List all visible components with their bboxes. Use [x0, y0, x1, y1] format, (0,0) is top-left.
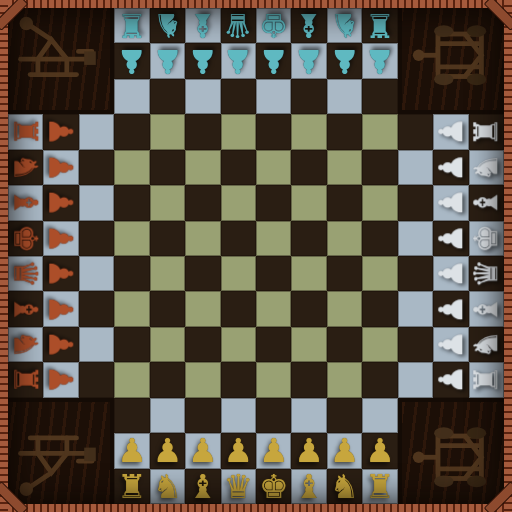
board-frame-right: [504, 0, 512, 512]
white-pawn[interactable]: ♟: [434, 153, 467, 183]
square-g4[interactable]: [221, 362, 256, 397]
square-b9[interactable]: ♟: [43, 185, 78, 220]
gold-pawn[interactable]: ♟: [223, 434, 253, 467]
square-d2[interactable]: ♟: [114, 433, 149, 468]
square-j2[interactable]: ♟: [327, 433, 362, 468]
square-c10[interactable]: [79, 150, 114, 185]
red-pawn[interactable]: ♟: [45, 223, 78, 253]
square-f3[interactable]: [185, 398, 220, 433]
square-l6[interactable]: [398, 291, 433, 326]
square-i8[interactable]: [291, 221, 326, 256]
square-d11[interactable]: [114, 114, 149, 149]
square-k10[interactable]: [362, 150, 397, 185]
square-i10[interactable]: [291, 150, 326, 185]
square-b8[interactable]: ♟: [43, 221, 78, 256]
square-f10[interactable]: [185, 150, 220, 185]
square-a5[interactable]: ♞: [8, 327, 43, 362]
square-g6[interactable]: [221, 291, 256, 326]
square-e4[interactable]: [150, 362, 185, 397]
teal-king[interactable]: ♚: [259, 9, 289, 42]
square-n9[interactable]: ♝: [469, 185, 504, 220]
corner-cut: [8, 398, 43, 433]
gold-queen[interactable]: ♛: [223, 470, 253, 503]
gold-knight[interactable]: ♞: [330, 470, 360, 503]
corner-cut: [79, 433, 114, 468]
teal-queen[interactable]: ♛: [223, 9, 253, 42]
corner-cut: [433, 433, 468, 468]
red-queen[interactable]: ♛: [9, 259, 42, 289]
teal-pawn[interactable]: ♟: [259, 45, 289, 78]
square-h5[interactable]: [256, 327, 291, 362]
corner-cut: [398, 79, 433, 114]
board-grid: ♜♞♝♛♚♝♞♜♟♟♟♟♟♟♟♟♜♟♟♜♞♟♟♞♝♟♟♝♚♟♟♚♛♟♟♛♝♟♟♝…: [8, 8, 504, 504]
square-j11[interactable]: [327, 114, 362, 149]
square-n4[interactable]: ♜: [469, 362, 504, 397]
square-k14[interactable]: ♜: [362, 8, 397, 43]
square-h11[interactable]: [256, 114, 291, 149]
gold-bishop[interactable]: ♝: [188, 470, 218, 503]
corner-cut: [43, 433, 78, 468]
red-pawn[interactable]: ♟: [45, 153, 78, 183]
square-m9[interactable]: ♟: [433, 185, 468, 220]
square-c8[interactable]: [79, 221, 114, 256]
square-g11[interactable]: [221, 114, 256, 149]
square-d13[interactable]: ♟: [114, 43, 149, 78]
square-e1[interactable]: ♞: [150, 469, 185, 504]
square-n6[interactable]: ♝: [469, 291, 504, 326]
square-i14[interactable]: ♝: [291, 8, 326, 43]
square-c7[interactable]: [79, 256, 114, 291]
square-a8[interactable]: ♚: [8, 221, 43, 256]
square-g2[interactable]: ♟: [221, 433, 256, 468]
teal-pawn[interactable]: ♟: [365, 45, 395, 78]
square-i1[interactable]: ♝: [291, 469, 326, 504]
square-d14[interactable]: ♜: [114, 8, 149, 43]
square-f12[interactable]: [185, 79, 220, 114]
square-m8[interactable]: ♟: [433, 221, 468, 256]
square-h8[interactable]: [256, 221, 291, 256]
white-knight[interactable]: ♞: [470, 330, 503, 360]
square-e6[interactable]: [150, 291, 185, 326]
square-e2[interactable]: ♟: [150, 433, 185, 468]
board-frame-left: [0, 0, 8, 512]
square-i5[interactable]: [291, 327, 326, 362]
square-e3[interactable]: [150, 398, 185, 433]
corner-cut: [43, 8, 78, 43]
square-c4[interactable]: [79, 362, 114, 397]
square-g8[interactable]: [221, 221, 256, 256]
square-d1[interactable]: ♜: [114, 469, 149, 504]
square-m6[interactable]: ♟: [433, 291, 468, 326]
square-e13[interactable]: ♟: [150, 43, 185, 78]
square-i3[interactable]: [291, 398, 326, 433]
corner-cut: [433, 79, 468, 114]
teal-pawn[interactable]: ♟: [153, 45, 183, 78]
square-h3[interactable]: [256, 398, 291, 433]
square-d9[interactable]: [114, 185, 149, 220]
white-bishop[interactable]: ♝: [470, 294, 503, 324]
corner-cut: [43, 398, 78, 433]
square-l7[interactable]: [398, 256, 433, 291]
white-knight[interactable]: ♞: [470, 153, 503, 183]
corner-cut: [8, 43, 43, 78]
corner-cut: [8, 79, 43, 114]
square-d8[interactable]: [114, 221, 149, 256]
square-j14[interactable]: ♞: [327, 8, 362, 43]
square-d3[interactable]: [114, 398, 149, 433]
square-k2[interactable]: ♟: [362, 433, 397, 468]
teal-rook[interactable]: ♜: [117, 9, 147, 42]
white-pawn[interactable]: ♟: [434, 294, 467, 324]
square-f13[interactable]: ♟: [185, 43, 220, 78]
corner-cut: [398, 398, 433, 433]
square-c6[interactable]: [79, 291, 114, 326]
square-a7[interactable]: ♛: [8, 256, 43, 291]
corner-cut: [469, 433, 504, 468]
square-m4[interactable]: ♟: [433, 362, 468, 397]
teal-pawn[interactable]: ♟: [223, 45, 253, 78]
teal-knight[interactable]: ♞: [153, 9, 183, 42]
red-pawn[interactable]: ♟: [45, 365, 78, 395]
red-pawn[interactable]: ♟: [45, 188, 78, 218]
corner-cut: [398, 433, 433, 468]
gold-rook[interactable]: ♜: [117, 470, 147, 503]
square-k1[interactable]: ♜: [362, 469, 397, 504]
corner-cut: [398, 8, 433, 43]
square-e9[interactable]: [150, 185, 185, 220]
square-f11[interactable]: [185, 114, 220, 149]
square-e10[interactable]: [150, 150, 185, 185]
square-f4[interactable]: [185, 362, 220, 397]
square-m10[interactable]: ♟: [433, 150, 468, 185]
corner-cut: [433, 469, 468, 504]
square-d12[interactable]: [114, 79, 149, 114]
square-j13[interactable]: ♟: [327, 43, 362, 78]
square-e8[interactable]: [150, 221, 185, 256]
corner-cut: [79, 43, 114, 78]
square-g1[interactable]: ♛: [221, 469, 256, 504]
square-h12[interactable]: [256, 79, 291, 114]
corner-cut: [433, 43, 468, 78]
square-k4[interactable]: [362, 362, 397, 397]
square-l10[interactable]: [398, 150, 433, 185]
square-e7[interactable]: [150, 256, 185, 291]
square-h2[interactable]: ♟: [256, 433, 291, 468]
square-n10[interactable]: ♞: [469, 150, 504, 185]
teal-pawn[interactable]: ♟: [330, 45, 360, 78]
square-b11[interactable]: ♟: [43, 114, 78, 149]
square-h7[interactable]: [256, 256, 291, 291]
gold-pawn[interactable]: ♟: [294, 434, 324, 467]
square-k5[interactable]: [362, 327, 397, 362]
corner-cut: [398, 469, 433, 504]
square-h13[interactable]: ♟: [256, 43, 291, 78]
square-m5[interactable]: ♟: [433, 327, 468, 362]
square-h4[interactable]: [256, 362, 291, 397]
white-pawn[interactable]: ♟: [434, 330, 467, 360]
white-rook[interactable]: ♜: [470, 365, 503, 395]
square-j1[interactable]: ♞: [327, 469, 362, 504]
square-d6[interactable]: [114, 291, 149, 326]
corner-cut: [43, 469, 78, 504]
square-h10[interactable]: [256, 150, 291, 185]
square-l9[interactable]: [398, 185, 433, 220]
gold-pawn[interactable]: ♟: [365, 434, 395, 467]
square-n11[interactable]: ♜: [469, 114, 504, 149]
square-e11[interactable]: [150, 114, 185, 149]
square-i11[interactable]: [291, 114, 326, 149]
white-pawn[interactable]: ♟: [434, 188, 467, 218]
teal-bishop[interactable]: ♝: [188, 9, 218, 42]
corner-cut: [469, 79, 504, 114]
square-j7[interactable]: [327, 256, 362, 291]
gold-pawn[interactable]: ♟: [117, 434, 147, 467]
square-j4[interactable]: [327, 362, 362, 397]
corner-cut: [79, 79, 114, 114]
gold-pawn[interactable]: ♟: [259, 434, 289, 467]
square-a11[interactable]: ♜: [8, 114, 43, 149]
square-d7[interactable]: [114, 256, 149, 291]
square-f8[interactable]: [185, 221, 220, 256]
square-g13[interactable]: ♟: [221, 43, 256, 78]
corner-cut: [79, 8, 114, 43]
white-pawn[interactable]: ♟: [434, 365, 467, 395]
square-j5[interactable]: [327, 327, 362, 362]
square-i9[interactable]: [291, 185, 326, 220]
square-g9[interactable]: [221, 185, 256, 220]
square-i2[interactable]: ♟: [291, 433, 326, 468]
square-n5[interactable]: ♞: [469, 327, 504, 362]
corner-cut: [469, 43, 504, 78]
square-e14[interactable]: ♞: [150, 8, 185, 43]
square-h1[interactable]: ♚: [256, 469, 291, 504]
white-pawn[interactable]: ♟: [434, 259, 467, 289]
red-knight[interactable]: ♞: [9, 330, 42, 360]
square-g12[interactable]: [221, 79, 256, 114]
four-player-chess-board: ♜♞♝♛♚♝♞♜♟♟♟♟♟♟♟♟♜♟♟♜♞♟♟♞♝♟♟♝♚♟♟♚♛♟♟♛♝♟♟♝…: [0, 0, 512, 512]
white-pawn[interactable]: ♟: [434, 223, 467, 253]
square-d10[interactable]: [114, 150, 149, 185]
white-king[interactable]: ♚: [470, 223, 503, 253]
square-f6[interactable]: [185, 291, 220, 326]
square-d4[interactable]: [114, 362, 149, 397]
corner-cut: [433, 398, 468, 433]
square-k12[interactable]: [362, 79, 397, 114]
square-c5[interactable]: [79, 327, 114, 362]
gold-pawn[interactable]: ♟: [188, 434, 218, 467]
square-c9[interactable]: [79, 185, 114, 220]
corner-cut: [43, 79, 78, 114]
gold-pawn[interactable]: ♟: [153, 434, 183, 467]
gold-king[interactable]: ♚: [259, 470, 289, 503]
square-a10[interactable]: ♞: [8, 150, 43, 185]
teal-pawn[interactable]: ♟: [188, 45, 218, 78]
board-frame-bottom: [0, 504, 512, 512]
square-h14[interactable]: ♚: [256, 8, 291, 43]
square-f7[interactable]: [185, 256, 220, 291]
corner-cut: [469, 398, 504, 433]
square-k13[interactable]: ♟: [362, 43, 397, 78]
white-queen[interactable]: ♛: [470, 259, 503, 289]
teal-bishop[interactable]: ♝: [294, 9, 324, 42]
square-i6[interactable]: [291, 291, 326, 326]
white-pawn[interactable]: ♟: [434, 117, 467, 147]
board-frame-top: [0, 0, 512, 8]
square-m7[interactable]: ♟: [433, 256, 468, 291]
square-k3[interactable]: [362, 398, 397, 433]
square-f9[interactable]: [185, 185, 220, 220]
square-j9[interactable]: [327, 185, 362, 220]
square-b5[interactable]: ♟: [43, 327, 78, 362]
red-rook[interactable]: ♜: [9, 365, 42, 395]
white-bishop[interactable]: ♝: [470, 188, 503, 218]
red-king[interactable]: ♚: [9, 223, 42, 253]
corner-cut: [8, 433, 43, 468]
gold-knight[interactable]: ♞: [153, 470, 183, 503]
square-m11[interactable]: ♟: [433, 114, 468, 149]
red-pawn[interactable]: ♟: [45, 330, 78, 360]
square-k9[interactable]: [362, 185, 397, 220]
square-h6[interactable]: [256, 291, 291, 326]
square-b6[interactable]: ♟: [43, 291, 78, 326]
square-j12[interactable]: [327, 79, 362, 114]
square-b7[interactable]: ♟: [43, 256, 78, 291]
teal-pawn[interactable]: ♟: [117, 45, 147, 78]
square-a6[interactable]: ♝: [8, 291, 43, 326]
square-i4[interactable]: [291, 362, 326, 397]
square-j10[interactable]: [327, 150, 362, 185]
square-f2[interactable]: ♟: [185, 433, 220, 468]
corner-cut: [398, 43, 433, 78]
white-rook[interactable]: ♜: [470, 117, 503, 147]
square-l4[interactable]: [398, 362, 433, 397]
square-e12[interactable]: [150, 79, 185, 114]
square-a4[interactable]: ♜: [8, 362, 43, 397]
square-f1[interactable]: ♝: [185, 469, 220, 504]
square-g5[interactable]: [221, 327, 256, 362]
corner-cut: [79, 398, 114, 433]
square-g3[interactable]: [221, 398, 256, 433]
square-i13[interactable]: ♟: [291, 43, 326, 78]
square-d5[interactable]: [114, 327, 149, 362]
square-k8[interactable]: [362, 221, 397, 256]
red-rook[interactable]: ♜: [9, 117, 42, 147]
square-g10[interactable]: [221, 150, 256, 185]
square-h9[interactable]: [256, 185, 291, 220]
red-bishop[interactable]: ♝: [9, 294, 42, 324]
teal-knight[interactable]: ♞: [330, 9, 360, 42]
corner-cut: [433, 8, 468, 43]
gold-rook[interactable]: ♜: [365, 470, 395, 503]
teal-pawn[interactable]: ♟: [294, 45, 324, 78]
square-l11[interactable]: [398, 114, 433, 149]
square-n8[interactable]: ♚: [469, 221, 504, 256]
corner-cut: [79, 469, 114, 504]
square-j6[interactable]: [327, 291, 362, 326]
square-n7[interactable]: ♛: [469, 256, 504, 291]
red-knight[interactable]: ♞: [9, 153, 42, 183]
teal-rook[interactable]: ♜: [365, 9, 395, 42]
square-g7[interactable]: [221, 256, 256, 291]
red-pawn[interactable]: ♟: [45, 117, 78, 147]
square-f5[interactable]: [185, 327, 220, 362]
square-j8[interactable]: [327, 221, 362, 256]
square-e5[interactable]: [150, 327, 185, 362]
square-k6[interactable]: [362, 291, 397, 326]
square-j3[interactable]: [327, 398, 362, 433]
square-f14[interactable]: ♝: [185, 8, 220, 43]
square-b10[interactable]: ♟: [43, 150, 78, 185]
red-bishop[interactable]: ♝: [9, 188, 42, 218]
square-c11[interactable]: [79, 114, 114, 149]
gold-pawn[interactable]: ♟: [330, 434, 360, 467]
gold-bishop[interactable]: ♝: [294, 470, 324, 503]
square-g14[interactable]: ♛: [221, 8, 256, 43]
square-a9[interactable]: ♝: [8, 185, 43, 220]
square-i7[interactable]: [291, 256, 326, 291]
square-i12[interactable]: [291, 79, 326, 114]
square-l5[interactable]: [398, 327, 433, 362]
square-k11[interactable]: [362, 114, 397, 149]
red-pawn[interactable]: ♟: [45, 294, 78, 324]
corner-cut: [43, 43, 78, 78]
red-pawn[interactable]: ♟: [45, 259, 78, 289]
square-b4[interactable]: ♟: [43, 362, 78, 397]
square-l8[interactable]: [398, 221, 433, 256]
square-k7[interactable]: [362, 256, 397, 291]
